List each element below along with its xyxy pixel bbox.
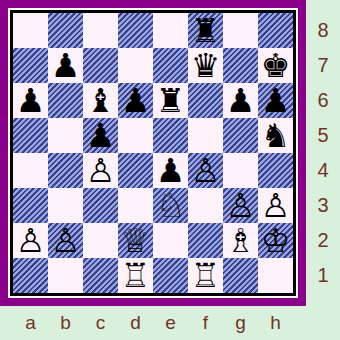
square-a6[interactable]: ♟ bbox=[13, 83, 48, 118]
square-h2[interactable]: ♔ bbox=[258, 223, 293, 258]
square-f4[interactable]: ♙ bbox=[188, 153, 223, 188]
chess-board: ♜♟♛♚♟♝♟♜♟♟♟♞♙♟♙♘♙♙♙♙♕♗♔♖♖ bbox=[10, 10, 296, 296]
square-h7[interactable]: ♚ bbox=[258, 48, 293, 83]
square-d7[interactable] bbox=[118, 48, 153, 83]
square-h3[interactable]: ♙ bbox=[258, 188, 293, 223]
square-g3[interactable]: ♙ bbox=[223, 188, 258, 223]
square-g5[interactable] bbox=[223, 118, 258, 153]
square-d3[interactable] bbox=[118, 188, 153, 223]
square-b5[interactable] bbox=[48, 118, 83, 153]
file-label-b: b bbox=[48, 306, 83, 340]
square-f6[interactable] bbox=[188, 83, 223, 118]
file-label-g: g bbox=[223, 306, 258, 340]
square-b3[interactable] bbox=[48, 188, 83, 223]
white-pawn[interactable]: ♙ bbox=[86, 153, 116, 188]
square-b8[interactable] bbox=[48, 13, 83, 48]
square-b1[interactable] bbox=[48, 258, 83, 293]
square-c5[interactable]: ♟ bbox=[83, 118, 118, 153]
square-c6[interactable]: ♝ bbox=[83, 83, 118, 118]
square-h5[interactable]: ♞ bbox=[258, 118, 293, 153]
square-a4[interactable] bbox=[13, 153, 48, 188]
square-b2[interactable]: ♙ bbox=[48, 223, 83, 258]
square-e5[interactable] bbox=[153, 118, 188, 153]
white-rook[interactable]: ♖ bbox=[191, 258, 221, 293]
square-a1[interactable] bbox=[13, 258, 48, 293]
black-queen[interactable]: ♛ bbox=[191, 48, 221, 83]
white-bishop[interactable]: ♗ bbox=[226, 223, 256, 258]
square-e4[interactable]: ♟ bbox=[153, 153, 188, 188]
rank-label-6: 6 bbox=[306, 83, 340, 118]
square-a2[interactable]: ♙ bbox=[13, 223, 48, 258]
square-f2[interactable] bbox=[188, 223, 223, 258]
square-d1[interactable]: ♖ bbox=[118, 258, 153, 293]
black-rook[interactable]: ♜ bbox=[156, 83, 186, 118]
file-label-a: a bbox=[13, 306, 48, 340]
square-e7[interactable] bbox=[153, 48, 188, 83]
black-pawn[interactable]: ♟ bbox=[86, 118, 116, 153]
square-c2[interactable] bbox=[83, 223, 118, 258]
square-f8[interactable]: ♜ bbox=[188, 13, 223, 48]
square-a7[interactable] bbox=[13, 48, 48, 83]
square-e2[interactable] bbox=[153, 223, 188, 258]
square-b4[interactable] bbox=[48, 153, 83, 188]
square-d2[interactable]: ♕ bbox=[118, 223, 153, 258]
white-pawn[interactable]: ♙ bbox=[261, 188, 291, 223]
square-h4[interactable] bbox=[258, 153, 293, 188]
black-pawn[interactable]: ♟ bbox=[156, 153, 186, 188]
square-a8[interactable] bbox=[13, 13, 48, 48]
black-knight[interactable]: ♞ bbox=[261, 118, 291, 153]
white-knight[interactable]: ♘ bbox=[156, 188, 186, 223]
square-d4[interactable] bbox=[118, 153, 153, 188]
square-d5[interactable] bbox=[118, 118, 153, 153]
square-f3[interactable] bbox=[188, 188, 223, 223]
rank-label-4: 4 bbox=[306, 153, 340, 188]
square-e1[interactable] bbox=[153, 258, 188, 293]
square-c3[interactable] bbox=[83, 188, 118, 223]
white-king[interactable]: ♔ bbox=[261, 223, 291, 258]
white-pawn[interactable]: ♙ bbox=[226, 188, 256, 223]
rank-label-5: 5 bbox=[306, 118, 340, 153]
square-d8[interactable] bbox=[118, 13, 153, 48]
square-g4[interactable] bbox=[223, 153, 258, 188]
black-rook[interactable]: ♜ bbox=[191, 13, 221, 48]
white-queen[interactable]: ♕ bbox=[121, 223, 151, 258]
black-king[interactable]: ♚ bbox=[261, 48, 291, 83]
white-pawn[interactable]: ♙ bbox=[191, 153, 221, 188]
black-pawn[interactable]: ♟ bbox=[121, 83, 151, 118]
square-e3[interactable]: ♘ bbox=[153, 188, 188, 223]
square-c4[interactable]: ♙ bbox=[83, 153, 118, 188]
square-e6[interactable]: ♜ bbox=[153, 83, 188, 118]
square-h8[interactable] bbox=[258, 13, 293, 48]
square-c1[interactable] bbox=[83, 258, 118, 293]
square-g1[interactable] bbox=[223, 258, 258, 293]
square-f7[interactable]: ♛ bbox=[188, 48, 223, 83]
file-labels: abcdefgh bbox=[13, 306, 293, 340]
square-e8[interactable] bbox=[153, 13, 188, 48]
rank-label-8: 8 bbox=[306, 13, 340, 48]
white-rook[interactable]: ♖ bbox=[121, 258, 151, 293]
square-f1[interactable]: ♖ bbox=[188, 258, 223, 293]
square-b7[interactable]: ♟ bbox=[48, 48, 83, 83]
file-label-f: f bbox=[188, 306, 223, 340]
square-h6[interactable]: ♟ bbox=[258, 83, 293, 118]
square-d6[interactable]: ♟ bbox=[118, 83, 153, 118]
black-pawn[interactable]: ♟ bbox=[51, 48, 81, 83]
rank-label-3: 3 bbox=[306, 188, 340, 223]
file-label-d: d bbox=[118, 306, 153, 340]
rank-label-1: 1 bbox=[306, 258, 340, 293]
board-frame-inner-line: ♜♟♛♚♟♝♟♜♟♟♟♞♙♟♙♘♙♙♙♙♕♗♔♖♖ bbox=[8, 8, 298, 298]
black-bishop[interactable]: ♝ bbox=[86, 83, 116, 118]
square-f5[interactable] bbox=[188, 118, 223, 153]
black-pawn[interactable]: ♟ bbox=[226, 83, 256, 118]
file-label-c: c bbox=[83, 306, 118, 340]
square-c8[interactable] bbox=[83, 13, 118, 48]
square-g2[interactable]: ♗ bbox=[223, 223, 258, 258]
black-pawn[interactable]: ♟ bbox=[16, 83, 46, 118]
square-c7[interactable] bbox=[83, 48, 118, 83]
white-pawn[interactable]: ♙ bbox=[16, 223, 46, 258]
file-label-h: h bbox=[258, 306, 293, 340]
black-pawn[interactable]: ♟ bbox=[261, 83, 291, 118]
square-g6[interactable]: ♟ bbox=[223, 83, 258, 118]
square-a3[interactable] bbox=[13, 188, 48, 223]
square-a5[interactable] bbox=[13, 118, 48, 153]
square-g7[interactable] bbox=[223, 48, 258, 83]
white-pawn[interactable]: ♙ bbox=[51, 223, 81, 258]
file-label-e: e bbox=[153, 306, 188, 340]
square-h1[interactable] bbox=[258, 258, 293, 293]
square-b6[interactable] bbox=[48, 83, 83, 118]
square-g8[interactable] bbox=[223, 13, 258, 48]
board-frame: ♜♟♛♚♟♝♟♜♟♟♟♞♙♟♙♘♙♙♙♙♕♗♔♖♖ bbox=[0, 0, 306, 306]
rank-labels: 87654321 bbox=[306, 13, 340, 293]
rank-label-7: 7 bbox=[306, 48, 340, 83]
rank-label-2: 2 bbox=[306, 223, 340, 258]
